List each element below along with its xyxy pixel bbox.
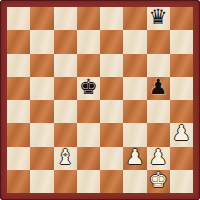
- square-d8[interactable]: [77, 7, 100, 30]
- square-a7[interactable]: [7, 30, 30, 53]
- square-a4[interactable]: [7, 100, 30, 123]
- piece-white-king[interactable]: ♚: [149, 170, 168, 191]
- square-h1[interactable]: [170, 170, 193, 193]
- square-g6[interactable]: [147, 54, 170, 77]
- square-f1[interactable]: [123, 170, 146, 193]
- square-h2[interactable]: [170, 147, 193, 170]
- square-a8[interactable]: [7, 7, 30, 30]
- piece-black-pawn[interactable]: ♟: [149, 77, 168, 98]
- square-e2[interactable]: [100, 147, 123, 170]
- square-c8[interactable]: [54, 7, 77, 30]
- square-h6[interactable]: [170, 54, 193, 77]
- square-e8[interactable]: [100, 7, 123, 30]
- square-d6[interactable]: [77, 54, 100, 77]
- square-c4[interactable]: [54, 100, 77, 123]
- square-h3[interactable]: ♟: [170, 123, 193, 146]
- square-b6[interactable]: [30, 54, 53, 77]
- square-f2[interactable]: ♟: [123, 147, 146, 170]
- square-d4[interactable]: [77, 100, 100, 123]
- square-g7[interactable]: [147, 30, 170, 53]
- square-f3[interactable]: [123, 123, 146, 146]
- square-h8[interactable]: [170, 7, 193, 30]
- square-a5[interactable]: [7, 77, 30, 100]
- piece-black-king[interactable]: ♚: [79, 77, 98, 98]
- square-e1[interactable]: [100, 170, 123, 193]
- square-e6[interactable]: [100, 54, 123, 77]
- square-a3[interactable]: [7, 123, 30, 146]
- square-c6[interactable]: [54, 54, 77, 77]
- square-d5[interactable]: ♚: [77, 77, 100, 100]
- square-f4[interactable]: [123, 100, 146, 123]
- square-c7[interactable]: [54, 30, 77, 53]
- square-g1[interactable]: ♚: [147, 170, 170, 193]
- square-e3[interactable]: [100, 123, 123, 146]
- piece-black-queen[interactable]: ♛: [149, 7, 168, 28]
- square-c1[interactable]: [54, 170, 77, 193]
- square-g4[interactable]: [147, 100, 170, 123]
- square-c3[interactable]: [54, 123, 77, 146]
- square-h5[interactable]: [170, 77, 193, 100]
- square-h7[interactable]: [170, 30, 193, 53]
- square-e5[interactable]: [100, 77, 123, 100]
- square-a1[interactable]: [7, 170, 30, 193]
- square-g3[interactable]: [147, 123, 170, 146]
- board-frame: ♛♚♟♟♝♟♟♚: [0, 0, 200, 200]
- square-f8[interactable]: [123, 7, 146, 30]
- square-g5[interactable]: ♟: [147, 77, 170, 100]
- piece-white-bishop[interactable]: ♝: [56, 147, 75, 168]
- square-b2[interactable]: [30, 147, 53, 170]
- square-d2[interactable]: [77, 147, 100, 170]
- square-f6[interactable]: [123, 54, 146, 77]
- piece-white-pawn[interactable]: ♟: [149, 147, 168, 168]
- piece-white-pawn[interactable]: ♟: [125, 147, 144, 168]
- square-c2[interactable]: ♝: [54, 147, 77, 170]
- square-b7[interactable]: [30, 30, 53, 53]
- square-g2[interactable]: ♟: [147, 147, 170, 170]
- square-e4[interactable]: [100, 100, 123, 123]
- piece-white-pawn[interactable]: ♟: [172, 123, 191, 144]
- square-d7[interactable]: [77, 30, 100, 53]
- square-f5[interactable]: [123, 77, 146, 100]
- chess-board: ♛♚♟♟♝♟♟♚: [7, 7, 193, 193]
- square-a2[interactable]: [7, 147, 30, 170]
- square-f7[interactable]: [123, 30, 146, 53]
- square-b4[interactable]: [30, 100, 53, 123]
- square-c5[interactable]: [54, 77, 77, 100]
- square-b5[interactable]: [30, 77, 53, 100]
- square-d3[interactable]: [77, 123, 100, 146]
- square-h4[interactable]: [170, 100, 193, 123]
- square-a6[interactable]: [7, 54, 30, 77]
- square-d1[interactable]: [77, 170, 100, 193]
- square-b3[interactable]: [30, 123, 53, 146]
- square-g8[interactable]: ♛: [147, 7, 170, 30]
- square-b8[interactable]: [30, 7, 53, 30]
- square-e7[interactable]: [100, 30, 123, 53]
- square-b1[interactable]: [30, 170, 53, 193]
